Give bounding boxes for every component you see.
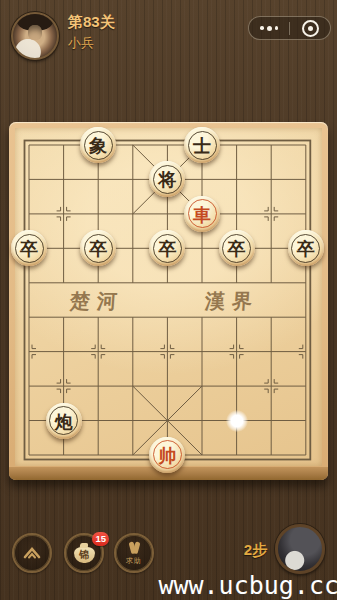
app-screen: 第83关 小兵 楚河 漢界 象士将車卒卒卒卒卒炮帅 锦 <box>0 0 337 600</box>
bag-character: 锦 <box>79 550 89 560</box>
piece-red-車[interactable]: 車 <box>184 196 220 232</box>
help-label: 求助 <box>126 556 142 566</box>
player-avatar[interactable] <box>11 12 59 60</box>
river-label-han: 漢界 <box>204 288 260 315</box>
close-record-icon[interactable] <box>290 17 330 39</box>
watermark: www.ucbug.cc <box>158 571 337 600</box>
praying-hands-icon <box>129 542 140 555</box>
piece-black-象[interactable]: 象 <box>80 127 116 163</box>
chevron-up-icon <box>21 544 43 562</box>
hint-bag-button[interactable]: 锦 15 <box>64 533 104 573</box>
piece-black-卒[interactable]: 卒 <box>288 230 324 266</box>
steps-counter: 2步 <box>244 541 267 560</box>
piece-black-士[interactable]: 士 <box>184 127 220 163</box>
ask-help-button[interactable]: 求助 <box>114 533 154 573</box>
more-options-icon[interactable] <box>249 17 289 39</box>
wechat-capsule <box>248 16 331 40</box>
level-title: 第83关 <box>68 13 115 32</box>
hint-count-badge: 15 <box>92 532 109 546</box>
player-name: 小兵 <box>68 34 94 52</box>
collapse-menu-button[interactable] <box>12 533 52 573</box>
opponent-avatar[interactable] <box>275 524 325 574</box>
river-label-chu: 楚河 <box>69 288 125 315</box>
top-bar: 第83关 小兵 <box>0 0 337 62</box>
piece-black-炮[interactable]: 炮 <box>46 403 82 439</box>
piece-black-卒[interactable]: 卒 <box>219 230 255 266</box>
money-bag-icon: 锦 <box>74 547 95 563</box>
move-hint-dot[interactable] <box>226 410 248 432</box>
